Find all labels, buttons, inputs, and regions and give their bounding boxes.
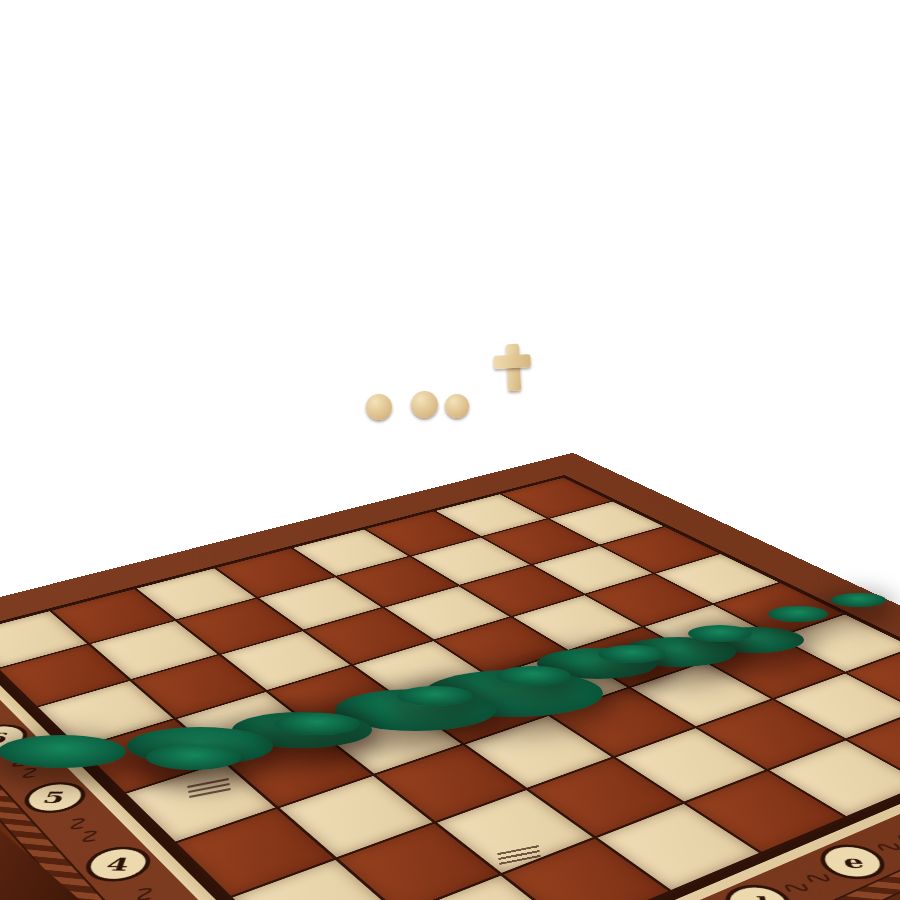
chess-set-photo: 8∿∿7∿∿6∿∿5∿∿4∿∿3∿∿2∿∿1 a∿∿b∿∿c∿∿d∿∿e∿∿f∿…: [0, 0, 900, 900]
pieces-layer: ♜♞♝♛♚♝♞♜♟♟♟♟♟♟♟♟: [0, 0, 900, 900]
